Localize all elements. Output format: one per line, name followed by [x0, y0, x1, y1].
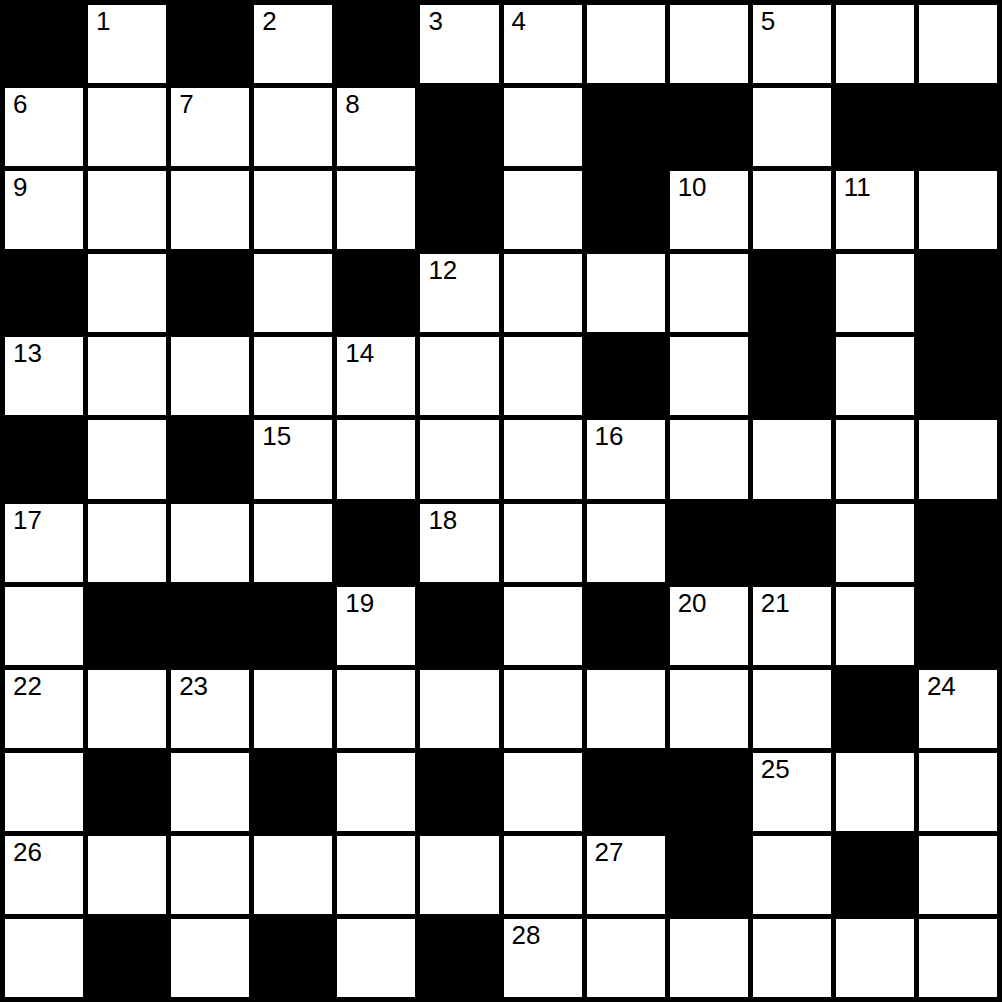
white-cell-r5c6[interactable] — [504, 420, 582, 498]
clue-number: 17 — [13, 506, 42, 536]
white-cell-r6c3[interactable] — [254, 504, 332, 582]
black-cell-r9c1 — [88, 753, 166, 831]
white-cell-r6c0[interactable]: 17 — [5, 504, 83, 582]
white-cell-r5c9[interactable] — [753, 420, 831, 498]
white-cell-r1c3[interactable] — [254, 88, 332, 166]
white-cell-r2c4[interactable] — [337, 171, 415, 249]
black-cell-r1c7 — [587, 88, 665, 166]
black-cell-r0c2 — [171, 5, 249, 83]
black-cell-r11c5 — [420, 919, 498, 997]
white-cell-r5c10[interactable] — [836, 420, 914, 498]
white-cell-r10c2[interactable] — [171, 836, 249, 914]
white-cell-r6c1[interactable] — [88, 504, 166, 582]
white-cell-r11c4[interactable] — [337, 919, 415, 997]
white-cell-r10c9[interactable] — [753, 836, 831, 914]
clue-number: 10 — [678, 173, 707, 203]
black-cell-r1c8 — [670, 88, 748, 166]
clue-number: 27 — [595, 838, 624, 868]
clue-number: 14 — [345, 339, 374, 369]
white-cell-r11c9[interactable] — [753, 919, 831, 997]
crossword-board: 1234567891011121314151617181920212223242… — [0, 0, 1002, 1002]
white-cell-r6c7[interactable] — [587, 504, 665, 582]
black-cell-r10c10 — [836, 836, 914, 914]
black-cell-r3c4 — [337, 254, 415, 332]
white-cell-r6c5[interactable]: 18 — [420, 504, 498, 582]
black-cell-r8c10 — [836, 670, 914, 748]
white-cell-r2c11[interactable] — [919, 171, 997, 249]
white-cell-r8c7[interactable] — [587, 670, 665, 748]
white-cell-r7c0[interactable] — [5, 587, 83, 665]
black-cell-r4c11 — [919, 337, 997, 415]
white-cell-r11c6[interactable]: 28 — [504, 919, 582, 997]
black-cell-r4c9 — [753, 337, 831, 415]
black-cell-r11c3 — [254, 919, 332, 997]
white-cell-r4c10[interactable] — [836, 337, 914, 415]
white-cell-r5c8[interactable] — [670, 420, 748, 498]
clue-number: 19 — [345, 589, 374, 619]
clue-number: 6 — [13, 90, 27, 120]
white-cell-r4c5[interactable] — [420, 337, 498, 415]
black-cell-r3c11 — [919, 254, 997, 332]
clue-number: 21 — [761, 589, 790, 619]
white-cell-r8c8[interactable] — [670, 670, 748, 748]
black-cell-r4c7 — [587, 337, 665, 415]
white-cell-r0c9[interactable]: 5 — [753, 5, 831, 83]
clue-number: 15 — [262, 422, 291, 452]
white-cell-r10c4[interactable] — [337, 836, 415, 914]
white-cell-r2c10[interactable]: 11 — [836, 171, 914, 249]
black-cell-r5c2 — [171, 420, 249, 498]
white-cell-r7c8[interactable]: 20 — [670, 587, 748, 665]
white-cell-r4c2[interactable] — [171, 337, 249, 415]
white-cell-r0c11[interactable] — [919, 5, 997, 83]
white-cell-r11c0[interactable] — [5, 919, 83, 997]
white-cell-r5c3[interactable]: 15 — [254, 420, 332, 498]
white-cell-r0c10[interactable] — [836, 5, 914, 83]
clue-number: 12 — [428, 256, 457, 286]
white-cell-r9c9[interactable]: 25 — [753, 753, 831, 831]
white-cell-r11c11[interactable] — [919, 919, 997, 997]
white-cell-r10c1[interactable] — [88, 836, 166, 914]
white-cell-r2c8[interactable]: 10 — [670, 171, 748, 249]
white-cell-r7c10[interactable] — [836, 587, 914, 665]
white-cell-r4c1[interactable] — [88, 337, 166, 415]
white-cell-r4c0[interactable]: 13 — [5, 337, 83, 415]
black-cell-r3c2 — [171, 254, 249, 332]
white-cell-r9c0[interactable] — [5, 753, 83, 831]
white-cell-r0c8[interactable] — [670, 5, 748, 83]
black-cell-r9c3 — [254, 753, 332, 831]
black-cell-r9c7 — [587, 753, 665, 831]
white-cell-r8c1[interactable] — [88, 670, 166, 748]
white-cell-r1c4[interactable]: 8 — [337, 88, 415, 166]
white-cell-r8c6[interactable] — [504, 670, 582, 748]
white-cell-r9c10[interactable] — [836, 753, 914, 831]
white-cell-r10c6[interactable] — [504, 836, 582, 914]
white-cell-r5c11[interactable] — [919, 420, 997, 498]
white-cell-r9c11[interactable] — [919, 753, 997, 831]
black-cell-r9c8 — [670, 753, 748, 831]
white-cell-r2c6[interactable] — [504, 171, 582, 249]
white-cell-r0c7[interactable] — [587, 5, 665, 83]
clue-number: 28 — [512, 921, 541, 951]
clue-number: 5 — [761, 7, 775, 37]
black-cell-r7c3 — [254, 587, 332, 665]
black-cell-r3c9 — [753, 254, 831, 332]
white-cell-r8c5[interactable] — [420, 670, 498, 748]
white-cell-r0c5[interactable]: 3 — [420, 5, 498, 83]
black-cell-r2c7 — [587, 171, 665, 249]
black-cell-r6c11 — [919, 504, 997, 582]
white-cell-r7c6[interactable] — [504, 587, 582, 665]
clue-number: 26 — [13, 838, 42, 868]
white-cell-r0c1[interactable]: 1 — [88, 5, 166, 83]
white-cell-r3c1[interactable] — [88, 254, 166, 332]
white-cell-r3c7[interactable] — [587, 254, 665, 332]
white-cell-r9c6[interactable] — [504, 753, 582, 831]
white-cell-r9c2[interactable] — [171, 753, 249, 831]
white-cell-r2c0[interactable]: 9 — [5, 171, 83, 249]
black-cell-r6c4 — [337, 504, 415, 582]
white-cell-r8c2[interactable]: 23 — [171, 670, 249, 748]
black-cell-r10c8 — [670, 836, 748, 914]
black-cell-r11c1 — [88, 919, 166, 997]
black-cell-r2c5 — [420, 171, 498, 249]
clue-number: 20 — [678, 589, 707, 619]
black-cell-r0c4 — [337, 5, 415, 83]
black-cell-r0c0 — [5, 5, 83, 83]
white-cell-r8c3[interactable] — [254, 670, 332, 748]
white-cell-r3c10[interactable] — [836, 254, 914, 332]
clue-number: 9 — [13, 173, 27, 203]
white-cell-r5c4[interactable] — [337, 420, 415, 498]
white-cell-r0c6[interactable]: 4 — [504, 5, 582, 83]
clue-number: 22 — [13, 672, 42, 702]
black-cell-r7c2 — [171, 587, 249, 665]
white-cell-r5c5[interactable] — [420, 420, 498, 498]
white-cell-r4c4[interactable]: 14 — [337, 337, 415, 415]
white-cell-r2c9[interactable] — [753, 171, 831, 249]
white-cell-r11c8[interactable] — [670, 919, 748, 997]
white-cell-r3c5[interactable]: 12 — [420, 254, 498, 332]
white-cell-r3c3[interactable] — [254, 254, 332, 332]
clue-number: 2 — [262, 7, 276, 37]
white-cell-r2c3[interactable] — [254, 171, 332, 249]
clue-number: 13 — [13, 339, 42, 369]
white-cell-r1c2[interactable]: 7 — [171, 88, 249, 166]
clue-number: 4 — [512, 7, 526, 37]
black-cell-r3c0 — [5, 254, 83, 332]
white-cell-r11c2[interactable] — [171, 919, 249, 997]
white-cell-r3c6[interactable] — [504, 254, 582, 332]
black-cell-r1c10 — [836, 88, 914, 166]
white-cell-r9c4[interactable] — [337, 753, 415, 831]
white-cell-r1c9[interactable] — [753, 88, 831, 166]
clue-number: 7 — [179, 90, 193, 120]
white-cell-r6c2[interactable] — [171, 504, 249, 582]
black-cell-r7c7 — [587, 587, 665, 665]
white-cell-r7c4[interactable]: 19 — [337, 587, 415, 665]
white-cell-r1c0[interactable]: 6 — [5, 88, 83, 166]
white-cell-r8c11[interactable]: 24 — [919, 670, 997, 748]
black-cell-r5c0 — [5, 420, 83, 498]
clue-number: 3 — [428, 7, 442, 37]
clue-number: 24 — [927, 672, 956, 702]
white-cell-r10c3[interactable] — [254, 836, 332, 914]
black-cell-r1c5 — [420, 88, 498, 166]
white-cell-r2c1[interactable] — [88, 171, 166, 249]
white-cell-r4c8[interactable] — [670, 337, 748, 415]
white-cell-r11c7[interactable] — [587, 919, 665, 997]
black-cell-r6c8 — [670, 504, 748, 582]
white-cell-r3c8[interactable] — [670, 254, 748, 332]
black-cell-r7c11 — [919, 587, 997, 665]
white-cell-r1c6[interactable] — [504, 88, 582, 166]
black-cell-r6c9 — [753, 504, 831, 582]
black-cell-r7c1 — [88, 587, 166, 665]
clue-number: 8 — [345, 90, 359, 120]
white-cell-r6c6[interactable] — [504, 504, 582, 582]
white-cell-r4c3[interactable] — [254, 337, 332, 415]
white-cell-r6c10[interactable] — [836, 504, 914, 582]
black-cell-r9c5 — [420, 753, 498, 831]
white-cell-r4c6[interactable] — [504, 337, 582, 415]
black-cell-r7c5 — [420, 587, 498, 665]
black-cell-r1c11 — [919, 88, 997, 166]
white-cell-r0c3[interactable]: 2 — [254, 5, 332, 83]
white-cell-r11c10[interactable] — [836, 919, 914, 997]
white-cell-r10c7[interactable]: 27 — [587, 836, 665, 914]
white-cell-r2c2[interactable] — [171, 171, 249, 249]
white-cell-r5c7[interactable]: 16 — [587, 420, 665, 498]
white-cell-r10c11[interactable] — [919, 836, 997, 914]
clue-number: 25 — [761, 755, 790, 785]
white-cell-r10c5[interactable] — [420, 836, 498, 914]
white-cell-r10c0[interactable]: 26 — [5, 836, 83, 914]
white-cell-r8c9[interactable] — [753, 670, 831, 748]
clue-number: 18 — [428, 506, 457, 536]
clue-number: 16 — [595, 422, 624, 452]
white-cell-r8c4[interactable] — [337, 670, 415, 748]
white-cell-r8c0[interactable]: 22 — [5, 670, 83, 748]
clue-number: 11 — [844, 173, 871, 203]
white-cell-r7c9[interactable]: 21 — [753, 587, 831, 665]
clue-number: 23 — [179, 672, 208, 702]
white-cell-r1c1[interactable] — [88, 88, 166, 166]
clue-number: 1 — [96, 7, 110, 37]
white-cell-r5c1[interactable] — [88, 420, 166, 498]
